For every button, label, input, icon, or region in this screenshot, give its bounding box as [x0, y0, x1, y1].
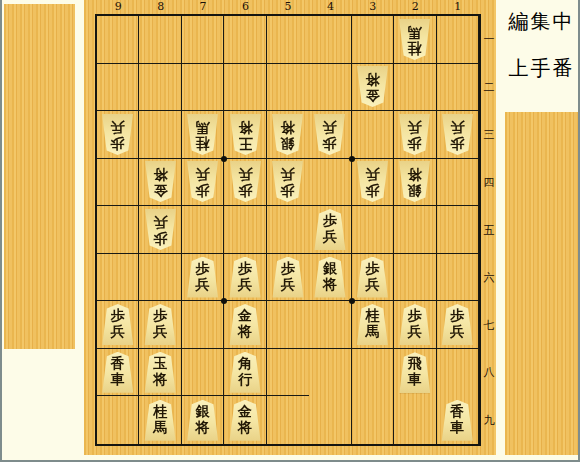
cell-1g[interactable]: 歩兵 — [437, 301, 479, 349]
cell-9i[interactable] — [97, 396, 139, 444]
cell-2c[interactable]: 歩兵 — [394, 111, 436, 159]
file-label-4: 4 — [309, 0, 351, 13]
rank-label-8: 八 — [482, 349, 496, 397]
piece-桂馬-73[interactable]: 桂馬 — [186, 114, 219, 155]
cell-8h[interactable]: 玉将 — [139, 349, 181, 397]
board-grid: 桂馬金将歩兵桂馬王将銀将歩兵歩兵歩兵金将歩兵歩兵歩兵歩兵銀将歩兵歩兵歩兵歩兵歩兵… — [97, 16, 479, 444]
cell-7a[interactable] — [182, 16, 224, 64]
piece-飛車-28[interactable]: 飛車 — [398, 352, 431, 393]
cell-9c[interactable]: 歩兵 — [97, 111, 139, 159]
file-label-7: 7 — [182, 0, 224, 13]
piece-王将-63[interactable]: 王将 — [229, 114, 262, 155]
cell-4f[interactable]: 銀将 — [309, 254, 351, 302]
cell-6b[interactable] — [224, 64, 266, 112]
piece-歩兵-17[interactable]: 歩兵 — [441, 304, 474, 345]
cell-4a[interactable] — [309, 16, 351, 64]
cell-8a[interactable] — [139, 16, 181, 64]
cell-4h[interactable] — [309, 349, 351, 397]
cell-2g[interactable]: 歩兵 — [394, 301, 436, 349]
file-label-5: 5 — [267, 0, 309, 13]
cell-3e[interactable] — [352, 206, 394, 254]
cell-2e[interactable] — [394, 206, 436, 254]
cell-3d[interactable]: 歩兵 — [352, 159, 394, 207]
cell-1c[interactable]: 歩兵 — [437, 111, 479, 159]
cell-1a[interactable] — [437, 16, 479, 64]
piece-桂馬-37[interactable]: 桂馬 — [356, 304, 389, 345]
cell-3f[interactable]: 歩兵 — [352, 254, 394, 302]
hoshi-dot — [221, 298, 227, 304]
cell-7c[interactable]: 桂馬 — [182, 111, 224, 159]
cell-7i[interactable]: 銀将 — [182, 396, 224, 444]
uwate-piece-stand[interactable] — [4, 4, 75, 349]
piece-金将-84[interactable]: 金将 — [144, 161, 177, 202]
cell-9f[interactable] — [97, 254, 139, 302]
piece-歩兵-87[interactable]: 歩兵 — [144, 304, 177, 345]
cell-9e[interactable] — [97, 206, 139, 254]
cell-8f[interactable] — [139, 254, 181, 302]
hoshi-dot — [349, 156, 355, 162]
rank-label-5: 五 — [482, 206, 496, 254]
cell-6c[interactable]: 王将 — [224, 111, 266, 159]
board-block: 987654321 桂馬金将歩兵桂馬王将銀将歩兵歩兵歩兵金将歩兵歩兵歩兵歩兵銀将… — [84, 0, 496, 455]
piece-金将-69[interactable]: 金将 — [229, 400, 262, 441]
cell-3i[interactable] — [352, 396, 394, 444]
cell-1h[interactable] — [437, 349, 479, 397]
cell-2f[interactable] — [394, 254, 436, 302]
piece-歩兵-97[interactable]: 歩兵 — [101, 304, 134, 345]
cell-5g[interactable] — [267, 301, 309, 349]
cell-4e[interactable]: 歩兵 — [309, 206, 351, 254]
turn-indicator-label: 上手番 — [505, 55, 578, 82]
piece-香車-98[interactable]: 香車 — [101, 352, 134, 393]
editing-status-label: 編集中 — [505, 8, 578, 35]
piece-歩兵-76[interactable]: 歩兵 — [186, 257, 219, 298]
cell-5e[interactable] — [267, 206, 309, 254]
file-label-3: 3 — [352, 0, 394, 13]
cell-8g[interactable]: 歩兵 — [139, 301, 181, 349]
cell-5b[interactable] — [267, 64, 309, 112]
cell-9b[interactable] — [97, 64, 139, 112]
cell-5i[interactable] — [267, 396, 309, 444]
piece-銀将-53[interactable]: 銀将 — [271, 114, 304, 155]
piece-金将-32[interactable]: 金将 — [356, 66, 389, 107]
hoshi-dot — [221, 156, 227, 162]
cell-4b[interactable] — [309, 64, 351, 112]
piece-歩兵-56[interactable]: 歩兵 — [271, 257, 304, 298]
cell-5f[interactable]: 歩兵 — [267, 254, 309, 302]
rank-label-9: 九 — [482, 397, 496, 445]
cell-5c[interactable]: 銀将 — [267, 111, 309, 159]
piece-桂馬-89[interactable]: 桂馬 — [144, 400, 177, 441]
cell-1d[interactable] — [437, 159, 479, 207]
piece-歩兵-23[interactable]: 歩兵 — [398, 114, 431, 155]
piece-角行-68[interactable]: 角行 — [229, 352, 262, 393]
cell-2h[interactable]: 飛車 — [394, 349, 436, 397]
cell-3a[interactable] — [352, 16, 394, 64]
piece-歩兵-64[interactable]: 歩兵 — [229, 161, 262, 202]
cell-5d[interactable]: 歩兵 — [267, 159, 309, 207]
cell-2d[interactable]: 銀将 — [394, 159, 436, 207]
cell-8i[interactable]: 桂馬 — [139, 396, 181, 444]
cell-3b[interactable]: 金将 — [352, 64, 394, 112]
cell-5h[interactable] — [267, 349, 309, 397]
cell-7g[interactable] — [182, 301, 224, 349]
cell-1b[interactable] — [437, 64, 479, 112]
rank-label-2: 二 — [482, 64, 496, 112]
cell-1e[interactable] — [437, 206, 479, 254]
piece-香車-19[interactable]: 香車 — [441, 400, 474, 441]
piece-歩兵-34[interactable]: 歩兵 — [356, 161, 389, 202]
cell-7e[interactable] — [182, 206, 224, 254]
piece-銀将-46[interactable]: 銀将 — [313, 257, 346, 298]
cell-7b[interactable] — [182, 64, 224, 112]
piece-歩兵-45[interactable]: 歩兵 — [313, 209, 346, 250]
shitate-piece-stand[interactable] — [505, 112, 578, 455]
cell-6g[interactable]: 金将 — [224, 301, 266, 349]
file-label-8: 8 — [139, 0, 181, 13]
cell-1i[interactable]: 香車 — [437, 396, 479, 444]
piece-歩兵-54[interactable]: 歩兵 — [271, 161, 304, 202]
piece-歩兵-85[interactable]: 歩兵 — [144, 209, 177, 250]
cell-8d[interactable]: 金将 — [139, 159, 181, 207]
piece-歩兵-36[interactable]: 歩兵 — [356, 257, 389, 298]
piece-銀将-24[interactable]: 銀将 — [398, 161, 431, 202]
cell-2b[interactable] — [394, 64, 436, 112]
cell-4i[interactable] — [309, 396, 351, 444]
cell-3g[interactable]: 桂馬 — [352, 301, 394, 349]
piece-歩兵-93[interactable]: 歩兵 — [101, 114, 134, 155]
cell-7f[interactable]: 歩兵 — [182, 254, 224, 302]
rank-label-7: 七 — [482, 301, 496, 349]
cell-9g[interactable]: 歩兵 — [97, 301, 139, 349]
cell-4c[interactable]: 歩兵 — [309, 111, 351, 159]
cell-6f[interactable]: 歩兵 — [224, 254, 266, 302]
rank-label-1: 一 — [482, 16, 496, 64]
rank-coordinate-labels: 一二三四五六七八九 — [482, 16, 496, 444]
cell-1f[interactable] — [437, 254, 479, 302]
cell-7d[interactable]: 歩兵 — [182, 159, 224, 207]
cell-7h[interactable] — [182, 349, 224, 397]
hoshi-dot — [349, 298, 355, 304]
cell-8b[interactable] — [139, 64, 181, 112]
rank-label-6: 六 — [482, 254, 496, 302]
piece-歩兵-27[interactable]: 歩兵 — [398, 304, 431, 345]
cell-6h[interactable]: 角行 — [224, 349, 266, 397]
cell-6a[interactable] — [224, 16, 266, 64]
file-label-2: 2 — [394, 0, 436, 13]
piece-歩兵-43[interactable]: 歩兵 — [313, 114, 346, 155]
file-coordinate-labels: 987654321 — [97, 0, 479, 13]
cell-8e[interactable]: 歩兵 — [139, 206, 181, 254]
piece-玉将-88[interactable]: 玉将 — [144, 352, 177, 393]
file-label-6: 6 — [224, 0, 266, 13]
cell-6e[interactable] — [224, 206, 266, 254]
cell-6i[interactable]: 金将 — [224, 396, 266, 444]
piece-金将-67[interactable]: 金将 — [229, 304, 262, 345]
rank-label-4: 四 — [482, 159, 496, 207]
piece-銀将-79[interactable]: 銀将 — [186, 400, 219, 441]
piece-歩兵-74[interactable]: 歩兵 — [186, 161, 219, 202]
cell-9a[interactable] — [97, 16, 139, 64]
rank-label-3: 三 — [482, 111, 496, 159]
cell-2i[interactable] — [394, 396, 436, 444]
cell-5a[interactable] — [267, 16, 309, 64]
shogi-board: 桂馬金将歩兵桂馬王将銀将歩兵歩兵歩兵金将歩兵歩兵歩兵歩兵銀将歩兵歩兵歩兵歩兵歩兵… — [95, 14, 481, 446]
cell-9h[interactable]: 香車 — [97, 349, 139, 397]
cell-4g[interactable] — [309, 301, 351, 349]
piece-歩兵-66[interactable]: 歩兵 — [229, 257, 262, 298]
cell-2a[interactable]: 桂馬 — [394, 16, 436, 64]
cell-9d[interactable] — [97, 159, 139, 207]
cell-8c[interactable] — [139, 111, 181, 159]
file-label-9: 9 — [97, 0, 139, 13]
shogi-editor-window: 987654321 桂馬金将歩兵桂馬王将銀将歩兵歩兵歩兵金将歩兵歩兵歩兵歩兵銀将… — [0, 0, 580, 462]
file-label-1: 1 — [437, 0, 479, 13]
cell-3c[interactable] — [352, 111, 394, 159]
cell-4d[interactable] — [309, 159, 351, 207]
piece-歩兵-13[interactable]: 歩兵 — [441, 114, 474, 155]
cell-6d[interactable]: 歩兵 — [224, 159, 266, 207]
cell-3h[interactable] — [352, 349, 394, 397]
piece-桂馬-21[interactable]: 桂馬 — [398, 19, 431, 60]
